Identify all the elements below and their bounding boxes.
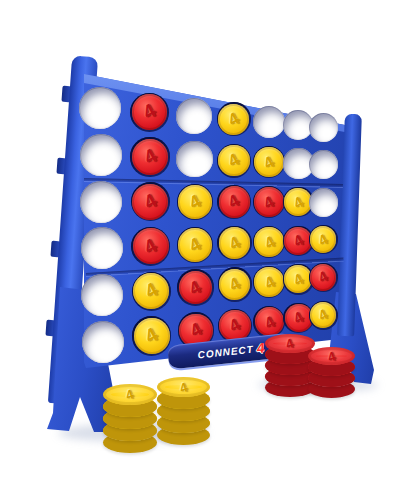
red-disc: 4 [179, 271, 213, 305]
cell-r4-c1-empty [81, 227, 123, 269]
cell-r3-c1-empty [80, 181, 122, 223]
yellow-disc: 4 [219, 269, 250, 300]
yellow-disc: 4 [178, 185, 212, 219]
disc-emboss-4: 4 [316, 231, 330, 248]
red-disc: 4 [255, 307, 285, 337]
disc-emboss-4: 4 [261, 153, 276, 171]
disc-emboss-4: 4 [226, 151, 242, 171]
cell-r3-c7-empty [309, 188, 338, 217]
disc-emboss-4: 4 [261, 193, 276, 211]
cell-r5-c3-red-disc: 4 [177, 269, 214, 306]
red-disc: 4 [254, 187, 284, 217]
disc-emboss-4: 4 [140, 101, 159, 123]
disc-emboss-4: 4 [316, 269, 330, 286]
cell-r2-c7-empty [309, 150, 338, 179]
disc-emboss-4: 4 [261, 233, 276, 251]
disc-emboss-4: 4 [142, 280, 161, 302]
cell-r5-c2-yellow-disc: 4 [132, 272, 171, 311]
cell-r5-c5-yellow-disc: 4 [253, 266, 285, 298]
red-disc: 4 [132, 94, 168, 130]
red-chip-top: 4 [308, 347, 355, 365]
cell-r3-c2-red-disc: 4 [131, 182, 170, 221]
yellow-disc: 4 [310, 302, 337, 329]
disc-emboss-4: 4 [187, 320, 205, 341]
yellow-disc: 4 [310, 226, 337, 253]
red-chip-top: 4 [265, 334, 315, 353]
red-disc: 4 [219, 186, 250, 217]
disc-emboss-4: 4 [227, 275, 243, 295]
disc-emboss-4: 4 [141, 191, 160, 213]
chip-emboss-4: 4 [326, 349, 337, 364]
disc-emboss-4: 4 [261, 273, 276, 291]
chip-emboss-4: 4 [285, 336, 296, 351]
cell-r2-c2-red-disc: 4 [130, 137, 169, 176]
cell-r1-c1-empty [79, 87, 121, 129]
disc-emboss-4: 4 [226, 233, 242, 253]
disc-emboss-4: 4 [291, 271, 306, 288]
cell-r6-c7-yellow-disc: 4 [309, 301, 338, 330]
cell-r2-c4-yellow-disc: 4 [217, 144, 251, 178]
cell-r1-c7-empty [309, 113, 338, 142]
yellow-disc: 4 [133, 273, 169, 309]
cell-r1-c2-red-disc: 4 [130, 93, 169, 132]
cell-r3-c3-yellow-disc: 4 [177, 184, 214, 221]
yellow-disc: 4 [134, 318, 170, 354]
chip-emboss-4: 4 [125, 387, 136, 402]
red-disc: 4 [132, 184, 168, 220]
disc-emboss-4: 4 [142, 325, 161, 347]
cell-r6-c2-yellow-disc: 4 [132, 316, 171, 355]
yellow-disc: 4 [254, 147, 284, 177]
disc-emboss-4: 4 [141, 235, 160, 257]
red-disc: 4 [310, 264, 337, 291]
yellow-disc: 4 [254, 227, 284, 257]
yellow-disc: 4 [254, 267, 284, 297]
disc-emboss-4: 4 [186, 234, 204, 255]
yellow-disc: 4 [218, 145, 249, 176]
disc-emboss-4: 4 [226, 192, 242, 212]
cell-r4-c3-yellow-disc: 4 [177, 227, 214, 264]
connect-four-product-photo: 4444444444444444444444444444 CONNECT 4 4… [0, 0, 403, 480]
cell-r2-c3-empty [176, 141, 213, 178]
cell-r4-c7-yellow-disc: 4 [309, 225, 338, 254]
disc-emboss-4: 4 [141, 146, 160, 168]
logo-number: 4 [256, 340, 265, 357]
disc-emboss-4: 4 [187, 277, 205, 298]
chip-emboss-4: 4 [178, 380, 189, 395]
disc-emboss-4: 4 [291, 193, 306, 210]
yellow-disc: 4 [178, 228, 212, 262]
disc-emboss-4: 4 [291, 232, 306, 249]
cell-r4-c5-yellow-disc: 4 [253, 226, 285, 258]
cell-r2-c5-yellow-disc: 4 [253, 146, 285, 178]
yellow-disc: 4 [218, 104, 249, 135]
yellow-chip-top: 4 [157, 377, 210, 397]
logo-text: CONNECT [197, 343, 254, 360]
cell-r5-c4-yellow-disc: 4 [218, 267, 252, 301]
yellow-disc: 4 [219, 227, 250, 258]
yellow-chip-top: 4 [103, 384, 157, 405]
cell-r6-c1-empty [82, 321, 124, 363]
disc-emboss-4: 4 [262, 312, 277, 330]
cell-r1-c5-empty [253, 106, 285, 138]
cell-r3-c5-red-disc: 4 [253, 186, 285, 218]
cell-r4-c4-yellow-disc: 4 [217, 226, 251, 260]
disc-emboss-4: 4 [186, 191, 204, 212]
disc-emboss-4: 4 [316, 307, 330, 324]
red-disc: 4 [133, 228, 169, 264]
disc-emboss-4: 4 [226, 110, 242, 130]
red-disc: 4 [132, 139, 168, 175]
cell-r5-c7-red-disc: 4 [309, 263, 338, 292]
cell-r2-c1-empty [80, 134, 122, 176]
disc-emboss-4: 4 [227, 316, 243, 336]
disc-emboss-4: 4 [291, 309, 306, 326]
